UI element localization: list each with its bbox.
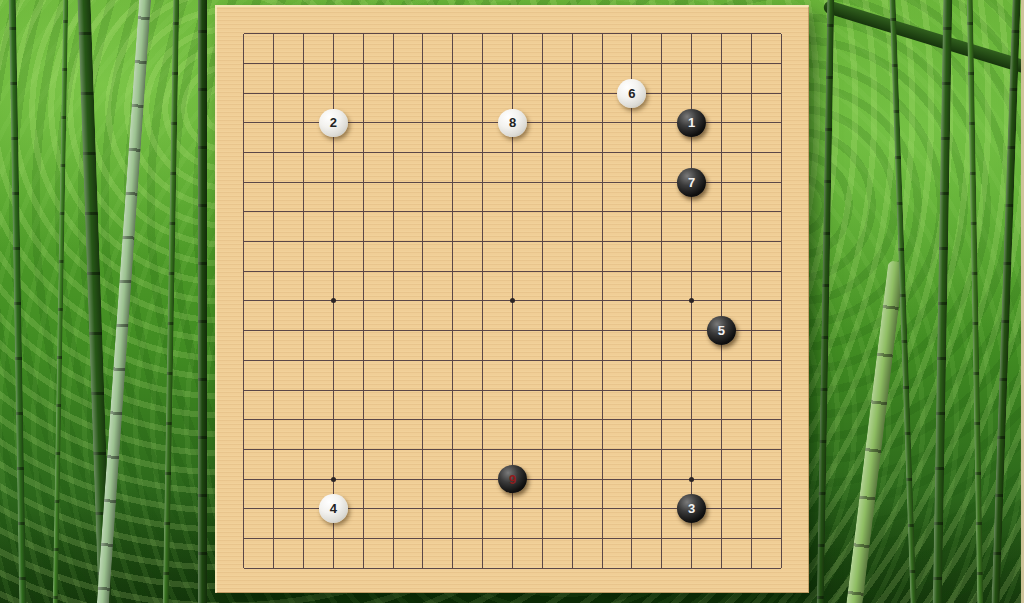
intersection-E11[interactable] [348, 256, 378, 286]
intersection-S19[interactable] [736, 19, 766, 49]
intersection-H11[interactable] [438, 256, 468, 286]
intersection-O1[interactable] [617, 553, 647, 583]
intersection-S3[interactable] [736, 494, 766, 524]
intersection-K15[interactable] [498, 138, 528, 168]
intersection-S5[interactable] [736, 435, 766, 465]
intersection-S10[interactable] [736, 286, 766, 316]
intersection-J3[interactable] [468, 494, 498, 524]
intersection-R6[interactable] [706, 405, 736, 435]
intersection-S18[interactable] [736, 49, 766, 79]
intersection-L14[interactable] [527, 167, 557, 197]
intersection-O15[interactable] [617, 138, 647, 168]
intersection-E3[interactable] [348, 494, 378, 524]
intersection-A10[interactable] [229, 286, 259, 316]
intersection-Q14[interactable]: 7 [677, 167, 707, 197]
intersection-L16[interactable] [527, 108, 557, 138]
intersection-F3[interactable] [378, 494, 408, 524]
intersection-B17[interactable] [259, 78, 289, 108]
intersection-N14[interactable] [587, 167, 617, 197]
intersection-Q11[interactable] [677, 256, 707, 286]
intersection-L19[interactable] [527, 19, 557, 49]
intersection-M15[interactable] [557, 138, 587, 168]
intersection-S2[interactable] [736, 524, 766, 554]
intersection-F2[interactable] [378, 524, 408, 554]
intersection-T9[interactable] [766, 316, 796, 346]
intersection-D17[interactable] [319, 78, 349, 108]
intersection-R4[interactable] [706, 464, 736, 494]
intersection-A11[interactable] [229, 256, 259, 286]
intersection-C5[interactable] [289, 435, 319, 465]
intersection-K19[interactable] [498, 19, 528, 49]
intersection-A16[interactable] [229, 108, 259, 138]
intersection-F13[interactable] [378, 197, 408, 227]
intersection-M2[interactable] [557, 524, 587, 554]
intersection-B15[interactable] [259, 138, 289, 168]
intersection-S16[interactable] [736, 108, 766, 138]
intersection-B11[interactable] [259, 256, 289, 286]
intersection-G13[interactable] [408, 197, 438, 227]
intersection-B10[interactable] [259, 286, 289, 316]
intersection-Q13[interactable] [677, 197, 707, 227]
intersection-N13[interactable] [587, 197, 617, 227]
intersection-T14[interactable] [766, 167, 796, 197]
intersection-N19[interactable] [587, 19, 617, 49]
intersection-O8[interactable] [617, 346, 647, 376]
intersection-D2[interactable] [319, 524, 349, 554]
intersection-M13[interactable] [557, 197, 587, 227]
intersection-T16[interactable] [766, 108, 796, 138]
intersection-T8[interactable] [766, 346, 796, 376]
intersection-A7[interactable] [229, 375, 259, 405]
intersection-B8[interactable] [259, 346, 289, 376]
intersection-H12[interactable] [438, 227, 468, 257]
intersection-E10[interactable] [348, 286, 378, 316]
intersection-A9[interactable] [229, 316, 259, 346]
intersection-T19[interactable] [766, 19, 796, 49]
intersection-F19[interactable] [378, 19, 408, 49]
intersection-H17[interactable] [438, 78, 468, 108]
intersection-B12[interactable] [259, 227, 289, 257]
intersection-L6[interactable] [527, 405, 557, 435]
intersection-G8[interactable] [408, 346, 438, 376]
intersection-J16[interactable] [468, 108, 498, 138]
intersection-P8[interactable] [647, 346, 677, 376]
intersection-K2[interactable] [498, 524, 528, 554]
intersection-N1[interactable] [587, 553, 617, 583]
intersection-P2[interactable] [647, 524, 677, 554]
intersection-D19[interactable] [319, 19, 349, 49]
intersection-E7[interactable] [348, 375, 378, 405]
intersection-L5[interactable] [527, 435, 557, 465]
intersection-K16[interactable]: 8 [498, 108, 528, 138]
intersection-R15[interactable] [706, 138, 736, 168]
intersection-A12[interactable] [229, 227, 259, 257]
intersection-K7[interactable] [498, 375, 528, 405]
intersection-L13[interactable] [527, 197, 557, 227]
intersection-C12[interactable] [289, 227, 319, 257]
intersection-G12[interactable] [408, 227, 438, 257]
intersection-Q2[interactable] [677, 524, 707, 554]
intersection-O12[interactable] [617, 227, 647, 257]
intersection-F14[interactable] [378, 167, 408, 197]
intersection-O3[interactable] [617, 494, 647, 524]
intersection-H2[interactable] [438, 524, 468, 554]
intersection-C11[interactable] [289, 256, 319, 286]
intersection-K1[interactable] [498, 553, 528, 583]
intersection-L10[interactable] [527, 286, 557, 316]
intersection-M3[interactable] [557, 494, 587, 524]
intersection-O18[interactable] [617, 49, 647, 79]
intersection-E18[interactable] [348, 49, 378, 79]
intersection-E12[interactable] [348, 227, 378, 257]
intersection-M12[interactable] [557, 227, 587, 257]
intersection-H9[interactable] [438, 316, 468, 346]
intersection-S7[interactable] [736, 375, 766, 405]
intersection-N2[interactable] [587, 524, 617, 554]
intersection-M6[interactable] [557, 405, 587, 435]
intersection-B18[interactable] [259, 49, 289, 79]
intersection-N12[interactable] [587, 227, 617, 257]
intersection-B19[interactable] [259, 19, 289, 49]
intersection-M17[interactable] [557, 78, 587, 108]
intersection-C15[interactable] [289, 138, 319, 168]
intersection-H8[interactable] [438, 346, 468, 376]
intersection-G1[interactable] [408, 553, 438, 583]
intersection-A6[interactable] [229, 405, 259, 435]
intersection-B6[interactable] [259, 405, 289, 435]
intersection-B1[interactable] [259, 553, 289, 583]
intersection-F6[interactable] [378, 405, 408, 435]
intersection-F7[interactable] [378, 375, 408, 405]
intersection-O2[interactable] [617, 524, 647, 554]
intersection-D3[interactable]: 4 [319, 494, 349, 524]
intersection-J15[interactable] [468, 138, 498, 168]
intersection-P7[interactable] [647, 375, 677, 405]
intersection-M8[interactable] [557, 346, 587, 376]
intersection-P17[interactable] [647, 78, 677, 108]
intersection-J9[interactable] [468, 316, 498, 346]
intersection-B16[interactable] [259, 108, 289, 138]
intersection-G14[interactable] [408, 167, 438, 197]
intersection-K3[interactable] [498, 494, 528, 524]
intersection-S9[interactable] [736, 316, 766, 346]
intersection-C18[interactable] [289, 49, 319, 79]
intersection-R5[interactable] [706, 435, 736, 465]
intersection-N8[interactable] [587, 346, 617, 376]
intersection-B2[interactable] [259, 524, 289, 554]
intersection-Q19[interactable] [677, 19, 707, 49]
intersection-H10[interactable] [438, 286, 468, 316]
intersection-P14[interactable] [647, 167, 677, 197]
intersection-M7[interactable] [557, 375, 587, 405]
intersection-C4[interactable] [289, 464, 319, 494]
intersection-P5[interactable] [647, 435, 677, 465]
intersection-S11[interactable] [736, 256, 766, 286]
intersection-A15[interactable] [229, 138, 259, 168]
intersection-G2[interactable] [408, 524, 438, 554]
intersection-T12[interactable] [766, 227, 796, 257]
intersection-L2[interactable] [527, 524, 557, 554]
intersection-J17[interactable] [468, 78, 498, 108]
intersection-F4[interactable] [378, 464, 408, 494]
intersection-T10[interactable] [766, 286, 796, 316]
intersection-P3[interactable] [647, 494, 677, 524]
intersection-E13[interactable] [348, 197, 378, 227]
intersection-L15[interactable] [527, 138, 557, 168]
intersection-S12[interactable] [736, 227, 766, 257]
intersection-M4[interactable] [557, 464, 587, 494]
intersection-L3[interactable] [527, 494, 557, 524]
intersection-A13[interactable] [229, 197, 259, 227]
intersection-K17[interactable] [498, 78, 528, 108]
intersection-F18[interactable] [378, 49, 408, 79]
intersection-N10[interactable] [587, 286, 617, 316]
intersection-T4[interactable] [766, 464, 796, 494]
intersection-E9[interactable] [348, 316, 378, 346]
intersection-N3[interactable] [587, 494, 617, 524]
intersection-O19[interactable] [617, 19, 647, 49]
intersection-H6[interactable] [438, 405, 468, 435]
intersection-O4[interactable] [617, 464, 647, 494]
intersection-T1[interactable] [766, 553, 796, 583]
intersection-L9[interactable] [527, 316, 557, 346]
intersection-D16[interactable]: 2 [319, 108, 349, 138]
intersection-R19[interactable] [706, 19, 736, 49]
intersection-Q9[interactable] [677, 316, 707, 346]
intersection-Q6[interactable] [677, 405, 707, 435]
intersection-A18[interactable] [229, 49, 259, 79]
intersection-F5[interactable] [378, 435, 408, 465]
intersection-D1[interactable] [319, 553, 349, 583]
intersection-E6[interactable] [348, 405, 378, 435]
intersection-S4[interactable] [736, 464, 766, 494]
intersection-L17[interactable] [527, 78, 557, 108]
intersection-F17[interactable] [378, 78, 408, 108]
intersection-A14[interactable] [229, 167, 259, 197]
intersection-Q15[interactable] [677, 138, 707, 168]
intersection-K9[interactable] [498, 316, 528, 346]
intersection-Q17[interactable] [677, 78, 707, 108]
intersection-L12[interactable] [527, 227, 557, 257]
intersection-E15[interactable] [348, 138, 378, 168]
intersection-E8[interactable] [348, 346, 378, 376]
intersection-Q12[interactable] [677, 227, 707, 257]
intersection-K12[interactable] [498, 227, 528, 257]
intersection-N4[interactable] [587, 464, 617, 494]
intersection-D9[interactable] [319, 316, 349, 346]
intersection-D12[interactable] [319, 227, 349, 257]
intersection-E1[interactable] [348, 553, 378, 583]
intersection-K18[interactable] [498, 49, 528, 79]
intersection-R13[interactable] [706, 197, 736, 227]
intersection-R14[interactable] [706, 167, 736, 197]
intersection-J18[interactable] [468, 49, 498, 79]
intersection-Q10[interactable] [677, 286, 707, 316]
intersection-O9[interactable] [617, 316, 647, 346]
intersection-E17[interactable] [348, 78, 378, 108]
intersection-P1[interactable] [647, 553, 677, 583]
intersection-H14[interactable] [438, 167, 468, 197]
intersection-D7[interactable] [319, 375, 349, 405]
intersection-J6[interactable] [468, 405, 498, 435]
intersection-K4[interactable]: 9 [498, 464, 528, 494]
intersection-S8[interactable] [736, 346, 766, 376]
intersection-B9[interactable] [259, 316, 289, 346]
intersection-C2[interactable] [289, 524, 319, 554]
intersection-A8[interactable] [229, 346, 259, 376]
intersection-F9[interactable] [378, 316, 408, 346]
intersection-A1[interactable] [229, 553, 259, 583]
intersection-C3[interactable] [289, 494, 319, 524]
intersection-J8[interactable] [468, 346, 498, 376]
intersection-M1[interactable] [557, 553, 587, 583]
intersection-H3[interactable] [438, 494, 468, 524]
intersection-H7[interactable] [438, 375, 468, 405]
intersection-Q16[interactable]: 1 [677, 108, 707, 138]
intersection-P12[interactable] [647, 227, 677, 257]
intersection-S15[interactable] [736, 138, 766, 168]
intersection-E2[interactable] [348, 524, 378, 554]
intersection-B13[interactable] [259, 197, 289, 227]
intersection-N9[interactable] [587, 316, 617, 346]
intersection-P19[interactable] [647, 19, 677, 49]
intersection-R16[interactable] [706, 108, 736, 138]
intersection-N16[interactable] [587, 108, 617, 138]
intersection-J11[interactable] [468, 256, 498, 286]
intersection-F11[interactable] [378, 256, 408, 286]
intersection-G11[interactable] [408, 256, 438, 286]
intersection-B5[interactable] [259, 435, 289, 465]
intersection-O13[interactable] [617, 197, 647, 227]
intersection-K5[interactable] [498, 435, 528, 465]
intersection-B7[interactable] [259, 375, 289, 405]
intersection-O17[interactable]: 6 [617, 78, 647, 108]
intersection-E16[interactable] [348, 108, 378, 138]
intersection-T3[interactable] [766, 494, 796, 524]
intersection-G5[interactable] [408, 435, 438, 465]
intersection-P16[interactable] [647, 108, 677, 138]
intersection-O10[interactable] [617, 286, 647, 316]
intersection-J5[interactable] [468, 435, 498, 465]
intersection-A3[interactable] [229, 494, 259, 524]
intersection-F1[interactable] [378, 553, 408, 583]
intersection-D14[interactable] [319, 167, 349, 197]
intersection-T18[interactable] [766, 49, 796, 79]
intersection-G3[interactable] [408, 494, 438, 524]
intersection-G18[interactable] [408, 49, 438, 79]
intersection-R18[interactable] [706, 49, 736, 79]
intersection-E5[interactable] [348, 435, 378, 465]
intersection-P9[interactable] [647, 316, 677, 346]
intersection-T5[interactable] [766, 435, 796, 465]
intersection-O7[interactable] [617, 375, 647, 405]
intersection-B14[interactable] [259, 167, 289, 197]
intersection-H16[interactable] [438, 108, 468, 138]
intersection-J19[interactable] [468, 19, 498, 49]
intersection-L7[interactable] [527, 375, 557, 405]
intersection-T2[interactable] [766, 524, 796, 554]
intersection-E19[interactable] [348, 19, 378, 49]
intersection-D15[interactable] [319, 138, 349, 168]
intersection-M11[interactable] [557, 256, 587, 286]
intersection-M18[interactable] [557, 49, 587, 79]
intersection-G9[interactable] [408, 316, 438, 346]
intersection-A5[interactable] [229, 435, 259, 465]
intersection-F12[interactable] [378, 227, 408, 257]
intersection-C13[interactable] [289, 197, 319, 227]
intersection-G17[interactable] [408, 78, 438, 108]
intersection-F10[interactable] [378, 286, 408, 316]
intersection-G15[interactable] [408, 138, 438, 168]
intersection-J14[interactable] [468, 167, 498, 197]
intersection-B3[interactable] [259, 494, 289, 524]
intersection-D10[interactable] [319, 286, 349, 316]
intersection-H4[interactable] [438, 464, 468, 494]
intersection-C9[interactable] [289, 316, 319, 346]
intersection-R12[interactable] [706, 227, 736, 257]
intersection-H15[interactable] [438, 138, 468, 168]
intersection-G6[interactable] [408, 405, 438, 435]
intersection-L4[interactable] [527, 464, 557, 494]
intersection-P15[interactable] [647, 138, 677, 168]
intersection-S14[interactable] [736, 167, 766, 197]
intersection-H1[interactable] [438, 553, 468, 583]
intersection-M10[interactable] [557, 286, 587, 316]
intersection-E4[interactable] [348, 464, 378, 494]
intersection-R1[interactable] [706, 553, 736, 583]
intersection-R9[interactable]: 5 [706, 316, 736, 346]
intersection-J4[interactable] [468, 464, 498, 494]
intersection-H13[interactable] [438, 197, 468, 227]
intersection-C19[interactable] [289, 19, 319, 49]
intersection-F8[interactable] [378, 346, 408, 376]
intersection-G19[interactable] [408, 19, 438, 49]
intersection-R3[interactable] [706, 494, 736, 524]
intersection-D18[interactable] [319, 49, 349, 79]
intersection-Q1[interactable] [677, 553, 707, 583]
intersection-O5[interactable] [617, 435, 647, 465]
intersection-C14[interactable] [289, 167, 319, 197]
intersection-L18[interactable] [527, 49, 557, 79]
intersection-P4[interactable] [647, 464, 677, 494]
intersection-T6[interactable] [766, 405, 796, 435]
intersection-N15[interactable] [587, 138, 617, 168]
intersection-G4[interactable] [408, 464, 438, 494]
intersection-B4[interactable] [259, 464, 289, 494]
intersection-R17[interactable] [706, 78, 736, 108]
intersection-Q8[interactable] [677, 346, 707, 376]
intersection-M5[interactable] [557, 435, 587, 465]
intersection-C17[interactable] [289, 78, 319, 108]
intersection-J7[interactable] [468, 375, 498, 405]
intersection-C8[interactable] [289, 346, 319, 376]
intersection-C1[interactable] [289, 553, 319, 583]
intersection-A2[interactable] [229, 524, 259, 554]
intersection-S1[interactable] [736, 553, 766, 583]
intersection-G10[interactable] [408, 286, 438, 316]
intersection-D6[interactable] [319, 405, 349, 435]
intersection-O16[interactable] [617, 108, 647, 138]
intersection-L1[interactable] [527, 553, 557, 583]
intersection-A17[interactable] [229, 78, 259, 108]
intersection-C6[interactable] [289, 405, 319, 435]
intersection-F16[interactable] [378, 108, 408, 138]
intersection-R7[interactable] [706, 375, 736, 405]
intersection-A4[interactable] [229, 464, 259, 494]
intersection-J13[interactable] [468, 197, 498, 227]
intersection-K13[interactable] [498, 197, 528, 227]
intersection-S6[interactable] [736, 405, 766, 435]
